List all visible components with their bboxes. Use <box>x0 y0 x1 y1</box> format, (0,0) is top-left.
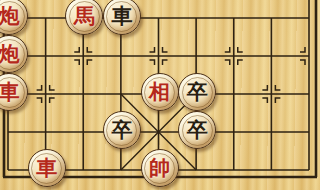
piece-character: 馬 <box>74 6 95 27</box>
piece-black-soldier[interactable]: 卒 <box>178 111 216 149</box>
board-point[interactable] <box>253 151 291 189</box>
board-point[interactable] <box>177 0 215 37</box>
board-point[interactable] <box>215 37 253 75</box>
board-point[interactable] <box>253 37 291 75</box>
board-point[interactable] <box>177 151 215 189</box>
board-point[interactable] <box>64 113 102 151</box>
board-point[interactable] <box>0 151 27 189</box>
board-point[interactable] <box>140 0 178 37</box>
piece-red-elephant[interactable]: 相 <box>141 73 179 111</box>
piece-character: 車 <box>0 82 20 103</box>
piece-red-chariot[interactable]: 車 <box>28 149 66 187</box>
piece-character: 帥 <box>149 158 170 179</box>
piece-character: 炮 <box>0 44 20 65</box>
board-point[interactable] <box>27 37 65 75</box>
board-point[interactable] <box>215 0 253 37</box>
board-point[interactable] <box>102 75 140 113</box>
board-point[interactable] <box>253 113 291 151</box>
board-point[interactable] <box>64 75 102 113</box>
piece-character: 卒 <box>187 82 208 103</box>
board-point[interactable] <box>290 37 320 75</box>
board-point[interactable] <box>0 113 27 151</box>
piece-red-general[interactable]: 帥 <box>141 149 179 187</box>
board-point[interactable] <box>64 37 102 75</box>
board-point[interactable] <box>102 37 140 75</box>
board-point[interactable] <box>177 37 215 75</box>
board-point[interactable] <box>27 75 65 113</box>
piece-black-soldier[interactable]: 卒 <box>178 73 216 111</box>
piece-character: 卒 <box>111 120 132 141</box>
board-point[interactable] <box>253 0 291 37</box>
board-point[interactable] <box>140 37 178 75</box>
piece-character: 炮 <box>0 6 20 27</box>
piece-character: 車 <box>111 6 132 27</box>
board-point[interactable] <box>215 75 253 113</box>
piece-character: 車 <box>36 158 57 179</box>
board-point[interactable] <box>27 0 65 37</box>
piece-character: 卒 <box>187 120 208 141</box>
board-point[interactable] <box>290 113 320 151</box>
board-point[interactable] <box>215 113 253 151</box>
board-point[interactable] <box>102 151 140 189</box>
board-point[interactable] <box>215 151 253 189</box>
board-point[interactable] <box>64 151 102 189</box>
board-point[interactable] <box>290 151 320 189</box>
board-point[interactable] <box>27 113 65 151</box>
piece-black-soldier[interactable]: 卒 <box>103 111 141 149</box>
board-point[interactable] <box>253 75 291 113</box>
xiangqi-board: 炮馬車炮車相卒卒卒車帥 <box>0 0 320 190</box>
board-point[interactable] <box>290 75 320 113</box>
board-point[interactable] <box>140 113 178 151</box>
board-point[interactable] <box>290 0 320 37</box>
piece-character: 相 <box>149 82 170 103</box>
